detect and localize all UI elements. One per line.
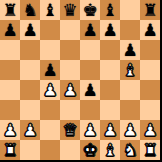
piece-black-pawn-a7: ♟ (2, 20, 17, 40)
piece-white-bishop-g5: ♝ (122, 60, 137, 80)
square-d4[interactable]: ♟ (60, 80, 80, 100)
square-a5[interactable] (0, 60, 20, 80)
square-f4[interactable] (100, 80, 120, 100)
square-d7[interactable] (60, 20, 80, 40)
piece-white-pawn-f2: ♟ (102, 120, 117, 140)
square-a6[interactable] (0, 40, 20, 60)
square-b4[interactable] (20, 80, 40, 100)
square-b5[interactable] (20, 60, 40, 80)
square-a8[interactable]: ♜ (0, 0, 20, 20)
square-f3[interactable] (100, 100, 120, 120)
piece-black-pawn-c5: ♟ (42, 60, 57, 80)
piece-black-pawn-e7: ♟ (82, 20, 97, 40)
square-f5[interactable] (100, 60, 120, 80)
square-e8[interactable]: ♚ (80, 0, 100, 20)
square-h2[interactable]: ♟ (140, 120, 160, 140)
piece-white-pawn-a2: ♟ (2, 120, 17, 140)
piece-white-pawn-g2: ♟ (122, 120, 137, 140)
square-e2[interactable]: ♟ (80, 120, 100, 140)
piece-white-pawn-b2: ♟ (22, 120, 37, 140)
square-g4[interactable] (120, 80, 140, 100)
square-c6[interactable] (40, 40, 60, 60)
square-h6[interactable] (140, 40, 160, 60)
square-b6[interactable] (20, 40, 40, 60)
square-h1[interactable]: ♜ (140, 140, 160, 160)
square-d6[interactable] (60, 40, 80, 60)
square-g1[interactable]: ♞ (120, 140, 140, 160)
square-h8[interactable]: ♜ (140, 0, 160, 20)
square-a4[interactable] (0, 80, 20, 100)
square-d1[interactable] (60, 140, 80, 160)
square-e1[interactable]: ♚ (80, 140, 100, 160)
square-b8[interactable]: ♞ (20, 0, 40, 20)
square-d8[interactable]: ♛ (60, 0, 80, 20)
square-c1[interactable] (40, 140, 60, 160)
square-e5[interactable] (80, 60, 100, 80)
square-f2[interactable]: ♟ (100, 120, 120, 140)
piece-white-rook-h1: ♜ (142, 140, 157, 160)
square-a2[interactable]: ♟ (0, 120, 20, 140)
piece-black-queen-d8: ♛ (62, 0, 77, 20)
chess-board: ♜♞♝♛♚♝♜♟♟♟♟♟♟♟♝♟♟♟♟♟♛♟♟♟♟♜♚♝♞♜ (0, 0, 160, 160)
piece-black-king-e8: ♚ (82, 0, 97, 20)
piece-black-rook-a8: ♜ (2, 0, 17, 20)
piece-black-rook-h8: ♜ (142, 0, 157, 20)
square-e3[interactable] (80, 100, 100, 120)
square-f7[interactable]: ♟ (100, 20, 120, 40)
square-c7[interactable] (40, 20, 60, 40)
piece-white-knight-g1: ♞ (122, 140, 137, 160)
square-b3[interactable] (20, 100, 40, 120)
square-e7[interactable]: ♟ (80, 20, 100, 40)
piece-white-pawn-h2: ♟ (142, 120, 157, 140)
piece-black-bishop-c8: ♝ (42, 0, 57, 20)
piece-white-king-e1: ♚ (82, 140, 97, 160)
square-f6[interactable] (100, 40, 120, 60)
square-d3[interactable] (60, 100, 80, 120)
piece-black-bishop-f8: ♝ (102, 0, 117, 20)
piece-black-knight-b8: ♞ (22, 0, 37, 20)
square-g2[interactable]: ♟ (120, 120, 140, 140)
square-d5[interactable] (60, 60, 80, 80)
square-a3[interactable] (0, 100, 20, 120)
chess-board-frame: ♜♞♝♛♚♝♜♟♟♟♟♟♟♟♝♟♟♟♟♟♛♟♟♟♟♜♚♝♞♜ (0, 0, 162, 162)
piece-white-pawn-d4: ♟ (62, 80, 77, 100)
square-c3[interactable] (40, 100, 60, 120)
square-g6[interactable]: ♟ (120, 40, 140, 60)
square-b1[interactable] (20, 140, 40, 160)
square-h7[interactable]: ♟ (140, 20, 160, 40)
piece-white-queen-d2: ♛ (62, 120, 77, 140)
square-h3[interactable] (140, 100, 160, 120)
square-d2[interactable]: ♛ (60, 120, 80, 140)
square-b2[interactable]: ♟ (20, 120, 40, 140)
square-g8[interactable] (120, 0, 140, 20)
square-g5[interactable]: ♝ (120, 60, 140, 80)
piece-black-pawn-h7: ♟ (142, 20, 157, 40)
square-a7[interactable]: ♟ (0, 20, 20, 40)
square-g7[interactable] (120, 20, 140, 40)
square-f1[interactable]: ♝ (100, 140, 120, 160)
square-e4[interactable]: ♟ (80, 80, 100, 100)
piece-white-bishop-f1: ♝ (102, 140, 117, 160)
piece-black-pawn-g6: ♟ (122, 40, 137, 60)
piece-white-pawn-c4: ♟ (42, 80, 57, 100)
square-c4[interactable]: ♟ (40, 80, 60, 100)
piece-black-pawn-b7: ♟ (22, 20, 37, 40)
piece-white-rook-a1: ♜ (2, 140, 17, 160)
square-f8[interactable]: ♝ (100, 0, 120, 20)
piece-black-pawn-f7: ♟ (102, 20, 117, 40)
square-b7[interactable]: ♟ (20, 20, 40, 40)
square-g3[interactable] (120, 100, 140, 120)
piece-white-pawn-e2: ♟ (82, 120, 97, 140)
piece-black-pawn-e4: ♟ (82, 80, 97, 100)
square-a1[interactable]: ♜ (0, 140, 20, 160)
square-h5[interactable] (140, 60, 160, 80)
square-h4[interactable] (140, 80, 160, 100)
square-c5[interactable]: ♟ (40, 60, 60, 80)
square-c2[interactable] (40, 120, 60, 140)
square-c8[interactable]: ♝ (40, 0, 60, 20)
square-e6[interactable] (80, 40, 100, 60)
